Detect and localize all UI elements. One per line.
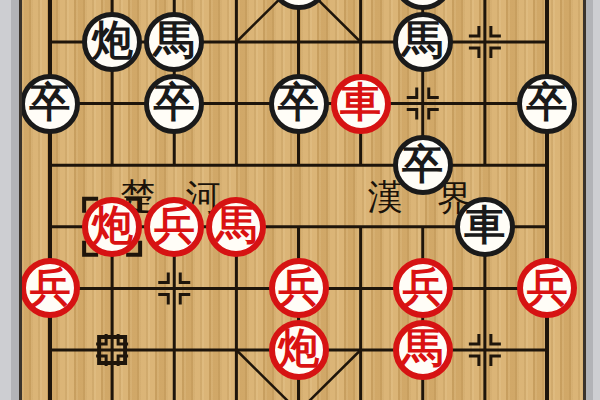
board-grid: 炮馬馬卒卒卒車卒卒炮兵馬車兵兵兵兵炮馬 — [19, 0, 578, 400]
piece-black-horse-g2[interactable]: 馬 — [393, 12, 453, 72]
piece-red-cannon-b5[interactable]: 炮 — [82, 197, 142, 257]
piece-black-cannon-b2[interactable]: 炮 — [82, 12, 142, 72]
piece-glyph: 炮 — [92, 20, 133, 61]
piece-glyph: 馬 — [154, 20, 195, 61]
piece-glyph: 馬 — [216, 205, 257, 246]
piece-glyph: 兵 — [402, 267, 443, 308]
piece-glyph: 炮 — [278, 328, 319, 369]
piece-red-chariot-f3[interactable]: 車 — [331, 74, 391, 134]
piece-glyph: 卒 — [402, 144, 443, 185]
piece-black-soldier-a3[interactable]: 卒 — [20, 74, 80, 134]
piece-red-horse-d5[interactable]: 馬 — [206, 197, 266, 257]
piece-black-unknown-cut-off-g1[interactable] — [393, 0, 453, 10]
piece-red-cannon-e7[interactable]: 炮 — [269, 320, 329, 380]
piece-glyph: 馬 — [402, 328, 443, 369]
xiangqi-board-screen: 楚 河 漢 界 炮馬馬卒卒卒車卒卒炮兵馬車兵兵兵兵炮馬 — [0, 0, 600, 400]
piece-glyph: 兵 — [154, 205, 195, 246]
piece-red-soldier-g6[interactable]: 兵 — [393, 258, 453, 318]
piece-black-soldier-c3[interactable]: 卒 — [144, 74, 204, 134]
piece-red-soldier-c5[interactable]: 兵 — [144, 197, 204, 257]
piece-black-horse-c2[interactable]: 馬 — [144, 12, 204, 72]
piece-red-soldier-a6[interactable]: 兵 — [20, 258, 80, 318]
piece-glyph: 兵 — [278, 267, 319, 308]
piece-red-soldier-i6[interactable]: 兵 — [517, 258, 577, 318]
right-gray-margin — [583, 0, 600, 400]
piece-glyph: 車 — [464, 205, 505, 246]
piece-glyph: 兵 — [30, 267, 71, 308]
piece-black-soldier-i3[interactable]: 卒 — [517, 74, 577, 134]
piece-red-soldier-e6[interactable]: 兵 — [269, 258, 329, 318]
piece-glyph: 卒 — [527, 82, 568, 123]
piece-glyph: 卒 — [30, 82, 71, 123]
piece-red-horse-g7[interactable]: 馬 — [393, 320, 453, 380]
piece-glyph: 炮 — [92, 205, 133, 246]
piece-black-chariot-h5[interactable]: 車 — [455, 197, 515, 257]
piece-glyph: 車 — [340, 82, 381, 123]
piece-black-unknown-cut-off-e1[interactable] — [269, 0, 329, 10]
piece-glyph: 兵 — [527, 267, 568, 308]
left-gray-margin — [0, 0, 22, 400]
piece-glyph: 馬 — [402, 20, 443, 61]
piece-black-soldier-e3[interactable]: 卒 — [269, 74, 329, 134]
piece-glyph: 卒 — [278, 82, 319, 123]
piece-glyph: 卒 — [154, 82, 195, 123]
piece-black-soldier-g4[interactable]: 卒 — [393, 135, 453, 195]
